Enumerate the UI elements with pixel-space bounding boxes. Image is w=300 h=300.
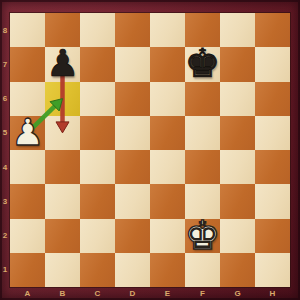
chess-board: ♟♚♟♚ [10,13,290,287]
square-h8[interactable] [255,13,290,47]
square-b4[interactable] [45,150,80,184]
square-c8[interactable] [80,13,115,47]
square-d2[interactable] [115,219,150,253]
square-h6[interactable] [255,82,290,116]
square-b2[interactable] [45,219,80,253]
rank-label-3: 3 [0,184,10,218]
square-c1[interactable] [80,253,115,287]
board-frame: ♟♚♟♚ 87654321 ABCDEFGH [0,0,300,300]
square-e1[interactable] [150,253,185,287]
square-d3[interactable] [115,184,150,218]
square-h7[interactable] [255,47,290,81]
square-h4[interactable] [255,150,290,184]
square-c6[interactable] [80,82,115,116]
square-e8[interactable] [150,13,185,47]
square-d8[interactable] [115,13,150,47]
rank-label-2: 2 [0,219,10,253]
square-b1[interactable] [45,253,80,287]
square-a8[interactable] [10,13,45,47]
square-h5[interactable] [255,116,290,150]
square-g7[interactable] [220,47,255,81]
square-g4[interactable] [220,150,255,184]
square-c2[interactable] [80,219,115,253]
rank-label-5: 5 [0,116,10,150]
square-a1[interactable] [10,253,45,287]
square-f5[interactable] [185,116,220,150]
square-d4[interactable] [115,150,150,184]
file-label-d: D [115,286,150,300]
rank-label-6: 6 [0,82,10,116]
square-e4[interactable] [150,150,185,184]
square-f4[interactable] [185,150,220,184]
white-king-f2[interactable]: ♚ [185,215,221,255]
black-king-f7[interactable]: ♚ [185,44,221,84]
rank-label-7: 7 [0,47,10,81]
square-e5[interactable] [150,116,185,150]
square-a2[interactable] [10,219,45,253]
square-c3[interactable] [80,184,115,218]
square-b3[interactable] [45,184,80,218]
file-label-h: H [255,286,290,300]
rank-label-4: 4 [0,150,10,184]
file-label-f: F [185,286,220,300]
square-f6[interactable] [185,82,220,116]
black-pawn-b7[interactable]: ♟ [46,45,79,82]
square-b6-highlighted[interactable] [45,82,80,116]
square-e2[interactable] [150,219,185,253]
square-e7[interactable] [150,47,185,81]
square-e3[interactable] [150,184,185,218]
square-d1[interactable] [115,253,150,287]
square-d5[interactable] [115,116,150,150]
white-pawn-a5[interactable]: ♟ [11,114,44,151]
square-c7[interactable] [80,47,115,81]
file-labels: ABCDEFGH [10,286,290,300]
file-label-e: E [150,286,185,300]
square-g1[interactable] [220,253,255,287]
square-g5[interactable] [220,116,255,150]
square-a7[interactable] [10,47,45,81]
square-b5[interactable] [45,116,80,150]
square-c4[interactable] [80,150,115,184]
file-label-c: C [80,286,115,300]
square-d6[interactable] [115,82,150,116]
square-d7[interactable] [115,47,150,81]
rank-labels: 87654321 [0,13,10,287]
square-g6[interactable] [220,82,255,116]
rank-label-8: 8 [0,13,10,47]
square-e6[interactable] [150,82,185,116]
square-c5[interactable] [80,116,115,150]
rank-label-1: 1 [0,253,10,287]
file-label-b: B [45,286,80,300]
file-label-g: G [220,286,255,300]
file-label-a: A [10,286,45,300]
square-g3[interactable] [220,184,255,218]
square-h2[interactable] [255,219,290,253]
square-h1[interactable] [255,253,290,287]
square-g2[interactable] [220,219,255,253]
square-h3[interactable] [255,184,290,218]
square-a4[interactable] [10,150,45,184]
square-a3[interactable] [10,184,45,218]
square-f1[interactable] [185,253,220,287]
square-g8[interactable] [220,13,255,47]
